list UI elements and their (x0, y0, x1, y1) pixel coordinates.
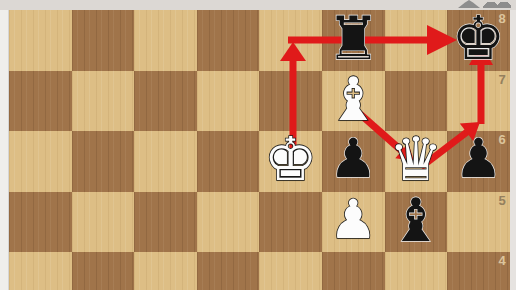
white-bishop-f7[interactable]: ♝ (322, 71, 385, 132)
white-pawn-f5[interactable]: ♟ (322, 192, 385, 253)
white-pawn-glyph: ♟ (329, 193, 377, 247)
white-queen-g6[interactable]: ♛ (385, 131, 448, 192)
black-pawn-glyph: ♟ (329, 132, 377, 186)
black-rook-f8[interactable]: ♜ (322, 10, 385, 71)
board-left-margin (0, 10, 9, 290)
black-rook-glyph: ♜ (326, 8, 380, 68)
black-king-glyph: ♚ (452, 8, 506, 68)
pieces-layer: ♜♚♝♚♟♛♟♟♝ (0, 0, 516, 290)
black-king-h8[interactable]: ♚ (447, 10, 510, 71)
piece-silhouette-right-icon (483, 0, 511, 8)
black-pawn-f6[interactable]: ♟ (322, 131, 385, 192)
piece-silhouette-left-icon (458, 0, 480, 8)
black-bishop-g5[interactable]: ♝ (385, 192, 448, 253)
white-king-glyph: ♚ (264, 129, 318, 189)
chess-board-screenshot: 87654 ♜♚♝♚♟♛♟♟♝ (0, 0, 516, 290)
top-bar (0, 0, 516, 10)
white-queen-glyph: ♛ (389, 129, 443, 189)
black-bishop-glyph: ♝ (389, 190, 443, 250)
board-right-margin (510, 10, 516, 290)
black-pawn-h6[interactable]: ♟ (447, 131, 510, 192)
white-king-e6[interactable]: ♚ (259, 131, 322, 192)
black-pawn-glyph: ♟ (454, 132, 502, 186)
white-bishop-glyph: ♝ (326, 69, 380, 129)
